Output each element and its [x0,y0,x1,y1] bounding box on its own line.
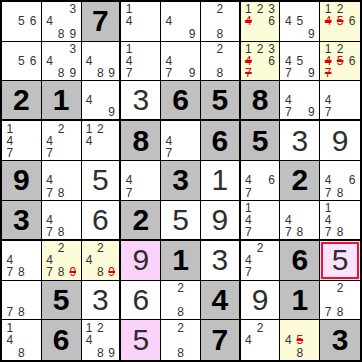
candidate-8: 8 [58,67,65,79]
candidate-4-eliminated: 4 [325,15,332,27]
candidate-9-eliminated: 9 [69,266,76,278]
given-digit: 7 [92,6,109,36]
candidate-8: 8 [58,28,65,40]
solved-digit: 3 [92,285,109,315]
cell-r6c1[interactable]: 3 [2,201,42,241]
cell-r9c5[interactable]: 28 [161,320,201,360]
candidate-1: 1 [245,43,252,55]
candidate-8: 8 [97,347,104,359]
candidate-4-eliminated: 4 [325,55,332,67]
cell-r7c8[interactable]: 6 [280,241,320,281]
cell-r9c3[interactable]: 12489 [82,320,122,360]
candidate-4: 4 [285,55,292,67]
given-digit: 6 [211,126,228,156]
candidate-4: 4 [126,15,133,27]
candidate-7: 7 [285,106,292,118]
candidate-7: 7 [285,67,292,79]
cell-r2c9[interactable]: 124567 [320,42,360,82]
solved-digit: 3 [132,85,149,115]
given-digit: 1 [291,285,308,315]
cell-r3c9[interactable]: 47 [320,81,360,121]
candidate-8: 8 [337,187,344,199]
candidate-1: 1 [245,3,252,15]
candidate-2: 2 [177,282,184,294]
cell-r3c4[interactable]: 3 [121,81,161,121]
cell-r5c6[interactable]: 1 [201,161,241,201]
candidate-4-eliminated: 4 [245,15,252,27]
cell-r2c8[interactable]: 4579 [280,42,320,82]
cell-r1c4[interactable]: 14 [121,2,161,42]
given-digit: 2 [13,85,30,115]
candidate-4: 4 [166,135,173,147]
candidate-6: 6 [268,15,275,27]
candidate-4: 4 [245,334,252,346]
cell-r4c1[interactable]: 147 [2,121,42,161]
cell-r8c4[interactable]: 6 [121,281,161,321]
cell-r7c3[interactable]: 2489 [82,241,122,281]
candidate-7: 7 [166,147,173,159]
solved-digit: 6 [92,205,109,235]
given-digit: 3 [13,205,30,235]
solved-digit: 9 [252,285,269,315]
candidate-2: 2 [216,43,223,55]
candidate-6: 6 [30,55,37,67]
given-digit: 5 [53,285,70,315]
candidate-1: 1 [6,322,13,334]
candidate-2: 2 [216,3,223,15]
cell-r2c7[interactable]: 123467 [241,42,281,82]
cell-r4c5[interactable]: 47 [161,121,201,161]
solved-digit: 3 [211,245,228,275]
candidate-2: 2 [58,242,65,254]
candidate-4: 4 [6,254,13,266]
cell-r8c2[interactable]: 5 [42,281,82,321]
cell-r6c8[interactable]: 478 [280,201,320,241]
candidate-2: 2 [257,242,264,254]
candidate-4: 4 [86,55,93,67]
candidate-4: 4 [46,174,53,186]
candidate-8: 8 [18,266,25,278]
cell-r7c4[interactable]: 9 [121,241,161,281]
candidate-9: 9 [189,67,196,79]
cell-r2c6[interactable]: 28 [201,42,241,82]
candidate-7: 7 [166,67,173,79]
cell-r4c9[interactable]: 9 [320,121,360,161]
cell-r1c8[interactable]: 459 [280,2,320,42]
cell-r3c5[interactable]: 6 [161,81,201,121]
cell-r4c2[interactable]: 247 [42,121,82,161]
candidate-4: 4 [285,334,292,346]
candidate-4: 4 [46,135,53,147]
given-digit: 8 [132,126,149,156]
candidate-8: 8 [216,67,223,79]
candidate-8: 8 [18,347,25,359]
solved-digit: 5 [92,165,109,195]
solved-digit: 5 [332,245,349,275]
cell-r6c2[interactable]: 478 [42,201,82,241]
candidate-8: 8 [58,226,65,238]
cell-r2c3[interactable]: 489 [82,42,122,82]
cell-r3c2[interactable]: 1 [42,81,82,121]
candidate-2: 2 [97,123,104,135]
cell-r4c4[interactable]: 8 [121,121,161,161]
cell-r7c2[interactable]: 24789 [42,241,82,281]
candidate-6: 6 [268,174,275,186]
cell-r5c3[interactable]: 5 [82,161,122,201]
candidate-7: 7 [285,226,292,238]
candidate-6: 6 [349,55,356,67]
candidate-9: 9 [69,28,76,40]
given-digit: 1 [172,245,189,275]
cell-r8c1[interactable]: 78 [2,281,42,321]
given-digit: 1 [53,85,70,115]
candidate-5: 5 [296,55,303,67]
cell-r6c9[interactable]: 1478 [320,201,360,241]
solved-digit: 9 [132,245,149,275]
candidate-4: 4 [126,174,133,186]
candidate-8: 8 [58,187,65,199]
candidate-2: 2 [337,282,344,294]
cell-r9c6[interactable]: 7 [201,320,241,360]
candidate-8: 8 [18,306,25,318]
candidate-6: 6 [349,15,356,27]
candidate-4: 4 [86,135,93,147]
cell-r1c7[interactable]: 12346 [241,2,281,42]
candidate-7: 7 [46,226,53,238]
candidate-4: 4 [6,334,13,346]
cell-r4c7[interactable]: 5 [241,121,281,161]
candidate-2: 2 [58,123,65,135]
candidate-9: 9 [308,28,315,40]
candidate-2: 2 [97,322,104,334]
cell-r1c2[interactable]: 3489 [42,2,82,42]
candidate-1: 1 [325,3,332,15]
solved-digit: 6 [132,285,149,315]
cell-r2c2[interactable]: 3489 [42,42,82,82]
given-digit: 3 [332,325,349,355]
candidate-8: 8 [216,28,223,40]
solved-digit: 1 [211,165,228,195]
candidate-8: 8 [97,67,104,79]
cell-r1c1[interactable]: 56 [2,2,42,42]
candidate-9: 9 [108,347,115,359]
candidate-9: 9 [308,106,315,118]
candidate-7-eliminated: 7 [325,67,332,79]
cell-r4c3[interactable]: 124 [82,121,122,161]
candidate-4: 4 [325,174,332,186]
cell-r2c1[interactable]: 56 [2,42,42,82]
candidate-2: 2 [177,322,184,334]
candidate-3: 3 [69,3,76,15]
candidate-7: 7 [46,187,53,199]
cell-r8c7[interactable]: 9 [241,281,281,321]
candidate-2: 2 [337,43,344,55]
candidate-4: 4 [86,254,93,266]
candidate-8: 8 [296,347,303,359]
candidate-7: 7 [325,106,332,118]
candidate-4: 4 [86,334,93,346]
candidate-1: 1 [126,43,133,55]
candidate-7: 7 [245,266,252,278]
solved-digit: 5 [172,205,189,235]
given-digit: 2 [132,205,149,235]
solved-digit: 9 [332,126,349,156]
cell-r9c2[interactable]: 6 [42,320,82,360]
cell-r6c7[interactable]: 147 [241,201,281,241]
candidate-7: 7 [325,226,332,238]
cell-r4c8[interactable]: 3 [280,121,320,161]
cell-r6c6[interactable]: 9 [201,201,241,241]
candidate-3: 3 [69,43,76,55]
candidate-1: 1 [325,43,332,55]
candidate-6: 6 [268,55,275,67]
candidate-6: 6 [349,174,356,186]
cell-r9c7[interactable]: 24 [241,320,281,360]
candidate-9: 9 [69,67,76,79]
given-digit: 3 [172,165,189,195]
cell-r6c3[interactable]: 6 [82,201,122,241]
candidate-5-eliminated: 5 [296,334,303,346]
cell-r7c7[interactable]: 247 [241,241,281,281]
cell-r8c3[interactable]: 3 [82,281,122,321]
cell-r5c4[interactable]: 47 [121,161,161,201]
candidate-8: 8 [97,266,104,278]
candidate-7: 7 [6,306,13,318]
cell-r1c9[interactable]: 12456 [320,2,360,42]
candidate-5: 5 [18,55,25,67]
candidate-7: 7 [126,67,133,79]
candidate-4: 4 [86,94,93,106]
cell-r3c1[interactable]: 2 [2,81,42,121]
cell-r1c3[interactable]: 7 [82,2,122,42]
candidate-8: 8 [337,226,344,238]
cell-r7c1[interactable]: 478 [2,241,42,281]
candidate-2: 2 [337,3,344,15]
candidate-9: 9 [108,67,115,79]
cell-r8c9[interactable]: 278 [320,281,360,321]
candidate-7: 7 [325,306,332,318]
candidate-8: 8 [337,306,344,318]
cell-r3c8[interactable]: 479 [280,81,320,121]
candidate-1: 1 [6,123,13,135]
given-digit: 8 [252,85,269,115]
candidate-9: 9 [108,106,115,118]
cell-r7c9[interactable]: 5 [320,241,360,281]
given-digit: 7 [211,325,228,355]
candidate-7: 7 [325,187,332,199]
candidate-7: 7 [46,147,53,159]
cell-r5c8[interactable]: 2 [280,161,320,201]
cell-r7c5[interactable]: 1 [161,241,201,281]
given-digit: 4 [211,285,228,315]
given-digit: 5 [211,85,228,115]
candidate-2: 2 [257,43,264,55]
cell-r2c5[interactable]: 479 [161,42,201,82]
cell-r2c4[interactable]: 147 [121,42,161,82]
cell-r1c6[interactable]: 28 [201,2,241,42]
candidate-8: 8 [177,306,184,318]
candidate-1: 1 [86,123,93,135]
candidate-4: 4 [46,55,53,67]
given-digit: 5 [252,126,269,156]
candidate-4: 4 [46,254,53,266]
cell-r3c7[interactable]: 8 [241,81,281,121]
cell-r9c8[interactable]: 458 [280,320,320,360]
solved-digit: 3 [291,126,308,156]
cell-r9c9[interactable]: 3 [320,320,360,360]
candidate-4-eliminated: 4 [245,55,252,67]
candidate-7: 7 [245,187,252,199]
candidate-2: 2 [257,3,264,15]
candidate-9-eliminated: 9 [108,266,115,278]
candidate-8: 8 [58,266,65,278]
candidate-9: 9 [308,67,315,79]
cell-r1c5[interactable]: 49 [161,2,201,42]
cell-r6c4[interactable]: 2 [121,201,161,241]
candidate-4: 4 [46,15,53,27]
candidate-4: 4 [245,254,252,266]
candidate-7: 7 [6,266,13,278]
given-digit: 9 [13,165,30,195]
cell-r9c4[interactable]: 5 [121,320,161,360]
cell-r5c1[interactable]: 9 [2,161,42,201]
candidate-1: 1 [126,3,133,15]
candidate-2: 2 [97,242,104,254]
candidate-4: 4 [6,135,13,147]
sudoku-board: 5634897144928123464591245656348948914747… [0,0,362,362]
candidate-7-eliminated: 7 [245,67,252,79]
candidate-5: 5 [296,15,303,27]
candidate-7: 7 [46,266,53,278]
candidate-6: 6 [30,15,37,27]
given-digit: 2 [291,165,308,195]
cell-r5c7[interactable]: 467 [241,161,281,201]
candidate-8: 8 [177,347,184,359]
candidate-4: 4 [166,15,173,27]
candidate-2: 2 [257,322,264,334]
cell-r3c6[interactable]: 5 [201,81,241,121]
candidate-4: 4 [285,15,292,27]
candidate-5: 5 [18,15,25,27]
cell-r8c6[interactable]: 4 [201,281,241,321]
solved-digit: 5 [132,325,149,355]
candidate-9: 9 [189,28,196,40]
cell-r7c6[interactable]: 3 [201,241,241,281]
cell-r5c9[interactable]: 4678 [320,161,360,201]
candidate-3: 3 [268,3,275,15]
cell-r9c1[interactable]: 148 [2,320,42,360]
candidate-4: 4 [126,55,133,67]
candidate-5-eliminated: 5 [337,15,344,27]
cell-r6c5[interactable]: 5 [161,201,201,241]
candidate-7: 7 [6,147,13,159]
candidate-8: 8 [296,226,303,238]
solved-digit: 9 [211,205,228,235]
cell-r4c6[interactable]: 6 [201,121,241,161]
cell-r3c3[interactable]: 49 [82,81,122,121]
given-digit: 6 [53,325,70,355]
candidate-1: 1 [86,322,93,334]
cell-r8c8[interactable]: 1 [280,281,320,321]
candidate-3: 3 [268,43,275,55]
cell-r8c5[interactable]: 28 [161,281,201,321]
candidate-5-eliminated: 5 [337,55,344,67]
given-digit: 6 [291,245,308,275]
given-digit: 6 [172,85,189,115]
candidate-7: 7 [126,187,133,199]
candidate-4: 4 [245,174,252,186]
candidate-7: 7 [245,226,252,238]
cell-r5c2[interactable]: 478 [42,161,82,201]
cell-r5c5[interactable]: 3 [161,161,201,201]
candidate-4: 4 [166,55,173,67]
